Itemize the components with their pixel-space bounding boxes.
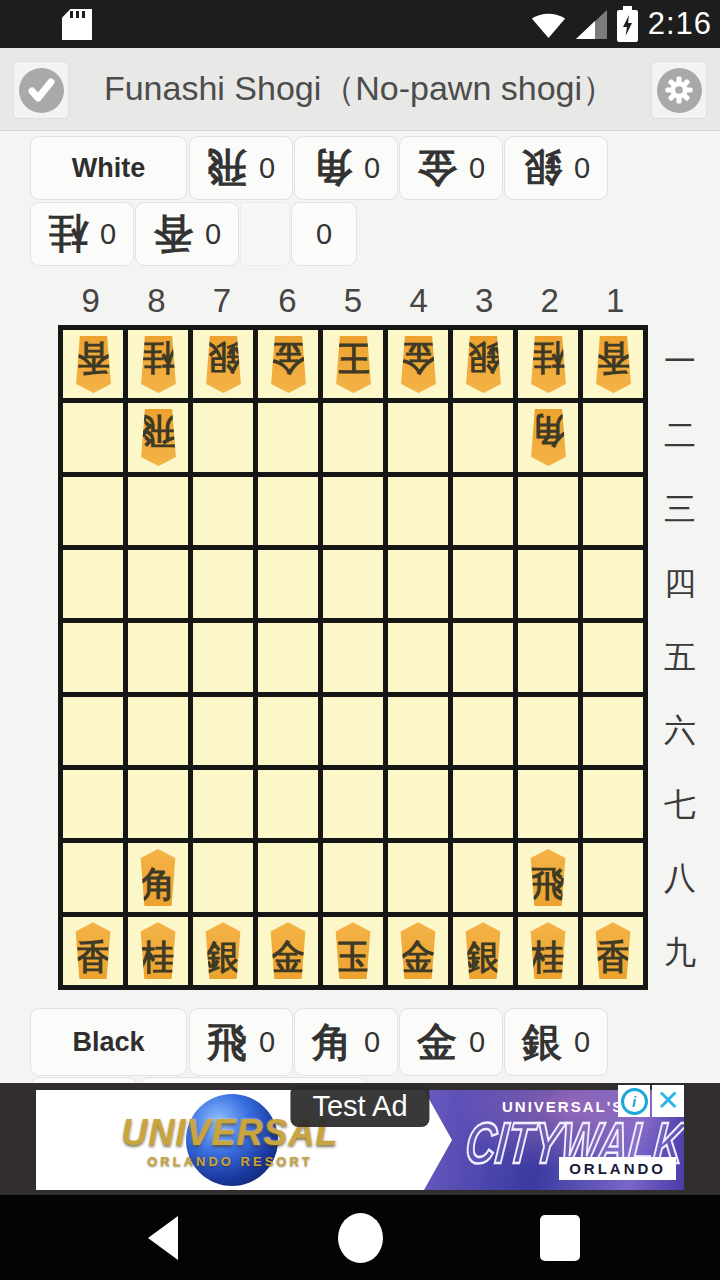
square-2-二[interactable]: 角 xyxy=(518,403,578,471)
square-8-九[interactable]: 桂 xyxy=(128,917,188,985)
square-5-六[interactable] xyxy=(323,697,383,765)
shogi-board: 香桂銀金王金銀桂香飛角角飛香桂銀金玉金銀桂香 xyxy=(58,325,648,990)
square-1-七[interactable] xyxy=(583,770,643,838)
square-8-一[interactable]: 桂 xyxy=(128,330,188,398)
file-label-8: 8 xyxy=(124,282,190,322)
square-5-八[interactable] xyxy=(323,843,383,911)
square-2-四[interactable] xyxy=(518,550,578,618)
piece-glyph: 金 xyxy=(401,336,436,376)
piece-glyph: 金 xyxy=(401,939,436,979)
signal-icon xyxy=(576,10,607,39)
square-4-三[interactable] xyxy=(388,477,448,545)
square-8-七[interactable] xyxy=(128,770,188,838)
silver-glyph: 銀 xyxy=(522,1022,562,1062)
black-piece-玉[interactable]: 玉 xyxy=(330,922,377,979)
piece-glyph: 金 xyxy=(271,336,306,376)
square-6-四[interactable] xyxy=(258,550,318,618)
gold-count: 0 xyxy=(469,1026,485,1059)
gear-icon xyxy=(657,68,702,113)
bishop-count: 0 xyxy=(364,1026,380,1059)
rank-label-八: 八 xyxy=(650,842,710,916)
white-tray-bishop-cell[interactable]: 角 0 xyxy=(294,136,398,200)
app-screen: 2:16 Funashi Shogi（No-pawn shogi） xyxy=(0,0,720,1280)
square-4-二[interactable] xyxy=(388,403,448,471)
white-tray-lance-cell[interactable]: 香 0 xyxy=(135,202,239,266)
file-label-7: 7 xyxy=(189,282,255,322)
black-piece-銀[interactable]: 銀 xyxy=(200,922,247,979)
white-tray-label-cell: White xyxy=(30,136,187,200)
black-piece-金[interactable]: 金 xyxy=(265,922,312,979)
square-6-九[interactable]: 金 xyxy=(258,917,318,985)
rank-label-五: 五 xyxy=(650,621,710,695)
piece-glyph: 桂 xyxy=(531,939,566,979)
square-3-三[interactable] xyxy=(453,477,513,545)
piece-glyph: 桂 xyxy=(141,336,176,376)
info-icon: i xyxy=(621,1088,648,1115)
square-2-六[interactable] xyxy=(518,697,578,765)
white-tray-silver-cell[interactable]: 銀 0 xyxy=(504,136,608,200)
white-piece-金[interactable]: 金 xyxy=(265,336,312,393)
square-3-一[interactable]: 銀 xyxy=(453,330,513,398)
piece-glyph: 香 xyxy=(596,336,631,376)
silver-glyph: 銀 xyxy=(522,148,562,188)
recents-button[interactable] xyxy=(540,1215,580,1261)
wifi-icon xyxy=(530,9,567,39)
square-3-七[interactable] xyxy=(453,770,513,838)
square-4-四[interactable] xyxy=(388,550,448,618)
square-4-六[interactable] xyxy=(388,697,448,765)
square-7-一[interactable]: 銀 xyxy=(193,330,253,398)
white-tray-rook-cell[interactable]: 飛 0 xyxy=(189,136,293,200)
square-5-九[interactable]: 玉 xyxy=(323,917,383,985)
square-9-七[interactable] xyxy=(63,770,123,838)
black-piece-金[interactable]: 金 xyxy=(395,922,442,979)
white-piece-香[interactable]: 香 xyxy=(70,336,117,393)
square-1-四[interactable] xyxy=(583,550,643,618)
square-2-一[interactable]: 桂 xyxy=(518,330,578,398)
file-label-1: 1 xyxy=(583,282,649,322)
rook-count: 0 xyxy=(259,1026,275,1059)
ad-close-button[interactable]: ✕ xyxy=(652,1085,684,1117)
piece-glyph: 角 xyxy=(141,866,176,906)
square-5-一[interactable]: 王 xyxy=(323,330,383,398)
piece-glyph: 玉 xyxy=(336,939,371,979)
silver-count: 0 xyxy=(574,1026,590,1059)
white-piece-桂[interactable]: 桂 xyxy=(525,336,572,393)
knight-count: 0 xyxy=(100,218,116,251)
square-9-三[interactable] xyxy=(63,477,123,545)
black-tray-label-cell: Black xyxy=(30,1008,187,1076)
white-piece-金[interactable]: 金 xyxy=(395,336,442,393)
square-5-二[interactable] xyxy=(323,403,383,471)
file-label-4: 4 xyxy=(386,282,452,322)
square-7-四[interactable] xyxy=(193,550,253,618)
black-tray-rook-cell[interactable]: 飛 0 xyxy=(189,1008,293,1076)
piece-glyph: 銀 xyxy=(466,336,501,376)
square-7-八[interactable] xyxy=(193,843,253,911)
file-labels: 987654321 xyxy=(58,282,648,322)
square-9-五[interactable] xyxy=(63,623,123,691)
square-8-三[interactable] xyxy=(128,477,188,545)
white-piece-銀[interactable]: 銀 xyxy=(460,336,507,393)
square-8-二[interactable]: 飛 xyxy=(128,403,188,471)
rank-label-一: 一 xyxy=(650,325,710,399)
square-5-七[interactable] xyxy=(323,770,383,838)
piece-glyph: 銀 xyxy=(466,939,501,979)
white-label: White xyxy=(72,153,146,184)
white-tray-gold-cell[interactable]: 金 0 xyxy=(399,136,503,200)
square-1-九[interactable]: 香 xyxy=(583,917,643,985)
black-piece-飛[interactable]: 飛 xyxy=(525,849,572,906)
piece-glyph: 飛 xyxy=(141,409,176,449)
square-6-三[interactable] xyxy=(258,477,318,545)
white-piece-王[interactable]: 王 xyxy=(330,336,377,393)
square-2-三[interactable] xyxy=(518,477,578,545)
white-tray-knight-cell[interactable]: 桂 0 xyxy=(30,202,134,266)
rank-labels: 一二三四五六七八九 xyxy=(650,325,710,990)
piece-glyph: 角 xyxy=(531,409,566,449)
square-5-四[interactable] xyxy=(323,550,383,618)
square-7-七[interactable] xyxy=(193,770,253,838)
square-7-六[interactable] xyxy=(193,697,253,765)
file-label-2: 2 xyxy=(517,282,583,322)
rook-glyph: 飛 xyxy=(207,1022,247,1062)
square-7-二[interactable] xyxy=(193,403,253,471)
rook-glyph: 飛 xyxy=(207,148,247,188)
file-label-3: 3 xyxy=(451,282,517,322)
square-8-五[interactable] xyxy=(128,623,188,691)
square-6-五[interactable] xyxy=(258,623,318,691)
rank-label-三: 三 xyxy=(650,473,710,547)
black-label: Black xyxy=(72,1027,144,1058)
bishop-count: 0 xyxy=(364,152,380,185)
square-2-八[interactable]: 飛 xyxy=(518,843,578,911)
piece-glyph: 銀 xyxy=(206,336,241,376)
header: Funashi Shogi（No-pawn shogi） xyxy=(0,48,720,131)
page-title: Funashi Shogi（No-pawn shogi） xyxy=(0,48,720,130)
rank-label-二: 二 xyxy=(650,399,710,473)
black-piece-香[interactable]: 香 xyxy=(590,922,637,979)
black-tray-bishop-cell[interactable]: 角 0 xyxy=(294,1008,398,1076)
square-1-一[interactable]: 香 xyxy=(583,330,643,398)
square-3-八[interactable] xyxy=(453,843,513,911)
square-8-八[interactable]: 角 xyxy=(128,843,188,911)
square-9-一[interactable]: 香 xyxy=(63,330,123,398)
square-9-四[interactable] xyxy=(63,550,123,618)
square-5-五[interactable] xyxy=(323,623,383,691)
ad-info-button[interactable]: i xyxy=(618,1085,650,1117)
square-4-七[interactable] xyxy=(388,770,448,838)
black-piece-桂[interactable]: 桂 xyxy=(135,922,182,979)
close-icon: ✕ xyxy=(656,1087,679,1115)
square-3-九[interactable]: 銀 xyxy=(453,917,513,985)
square-1-六[interactable] xyxy=(583,697,643,765)
rook-count: 0 xyxy=(259,152,275,185)
ad-banner[interactable]: UNIVERSAL ORLANDO RESORT UNIVERSAL'S CIT… xyxy=(0,1083,720,1195)
square-6-七[interactable] xyxy=(258,770,318,838)
ad-brand-box: ORLANDO xyxy=(559,1157,676,1180)
square-6-八[interactable] xyxy=(258,843,318,911)
piece-glyph: 飛 xyxy=(531,866,566,906)
square-5-三[interactable] xyxy=(323,477,383,545)
black-tray-gold-cell[interactable]: 金 0 xyxy=(399,1008,503,1076)
piece-glyph: 香 xyxy=(76,336,111,376)
square-3-四[interactable] xyxy=(453,550,513,618)
square-9-二[interactable] xyxy=(63,403,123,471)
square-7-五[interactable] xyxy=(193,623,253,691)
test-ad-badge: Test Ad xyxy=(290,1085,429,1127)
square-6-六[interactable] xyxy=(258,697,318,765)
black-piece-桂[interactable]: 桂 xyxy=(525,922,572,979)
square-1-二[interactable] xyxy=(583,403,643,471)
black-piece-角[interactable]: 角 xyxy=(135,849,182,906)
lance-glyph: 香 xyxy=(153,214,193,254)
piece-glyph: 桂 xyxy=(531,336,566,376)
android-nav-bar xyxy=(0,1195,720,1280)
gold-count: 0 xyxy=(469,152,485,185)
square-6-二[interactable] xyxy=(258,403,318,471)
rank-label-九: 九 xyxy=(650,916,710,990)
square-2-九[interactable]: 桂 xyxy=(518,917,578,985)
square-9-九[interactable]: 香 xyxy=(63,917,123,985)
white-piece-桂[interactable]: 桂 xyxy=(135,336,182,393)
square-7-九[interactable]: 銀 xyxy=(193,917,253,985)
black-tray-silver-cell[interactable]: 銀 0 xyxy=(504,1008,608,1076)
square-4-九[interactable]: 金 xyxy=(388,917,448,985)
square-2-七[interactable] xyxy=(518,770,578,838)
piece-glyph: 金 xyxy=(271,939,306,979)
rank-label-六: 六 xyxy=(650,694,710,768)
knight-glyph: 桂 xyxy=(48,214,88,254)
square-4-八[interactable] xyxy=(388,843,448,911)
square-9-六[interactable] xyxy=(63,697,123,765)
gold-glyph: 金 xyxy=(417,148,457,188)
gold-glyph: 金 xyxy=(417,1022,457,1062)
file-label-6: 6 xyxy=(255,282,321,322)
bishop-glyph: 角 xyxy=(312,1022,352,1062)
sd-card-icon xyxy=(62,9,92,40)
rank-label-四: 四 xyxy=(650,547,710,621)
square-3-六[interactable] xyxy=(453,697,513,765)
back-button[interactable] xyxy=(148,1216,178,1260)
white-piece-飛[interactable]: 飛 xyxy=(135,409,182,466)
black-piece-銀[interactable]: 銀 xyxy=(460,922,507,979)
silver-count: 0 xyxy=(574,152,590,185)
bishop-glyph: 角 xyxy=(312,148,352,188)
square-8-六[interactable] xyxy=(128,697,188,765)
confirm-move-button[interactable] xyxy=(13,61,69,119)
square-6-一[interactable]: 金 xyxy=(258,330,318,398)
square-4-一[interactable]: 金 xyxy=(388,330,448,398)
square-7-三[interactable] xyxy=(193,477,253,545)
file-label-5: 5 xyxy=(320,282,386,322)
black-piece-香[interactable]: 香 xyxy=(70,922,117,979)
piece-glyph: 香 xyxy=(76,939,111,979)
piece-glyph: 香 xyxy=(596,939,631,979)
white-tray-pawn-cell[interactable]: 0 xyxy=(291,202,357,266)
tray-spacer xyxy=(240,202,290,266)
square-8-四[interactable] xyxy=(128,550,188,618)
square-1-三[interactable] xyxy=(583,477,643,545)
piece-glyph: 王 xyxy=(336,336,371,376)
white-piece-香[interactable]: 香 xyxy=(590,336,637,393)
home-button[interactable] xyxy=(338,1213,383,1263)
white-piece-銀[interactable]: 銀 xyxy=(200,336,247,393)
square-4-五[interactable] xyxy=(388,623,448,691)
battery-charging-icon xyxy=(616,6,639,42)
square-9-八[interactable] xyxy=(63,843,123,911)
lance-count: 0 xyxy=(205,218,221,251)
piece-glyph: 銀 xyxy=(206,939,241,979)
white-piece-角[interactable]: 角 xyxy=(525,409,572,466)
settings-button[interactable] xyxy=(651,61,707,119)
square-1-八[interactable] xyxy=(583,843,643,911)
check-icon xyxy=(19,68,64,113)
square-2-五[interactable] xyxy=(518,623,578,691)
square-3-五[interactable] xyxy=(453,623,513,691)
status-bar: 2:16 xyxy=(0,0,720,48)
ad-logo-subtext: ORLANDO RESORT xyxy=(147,1154,313,1169)
file-label-9: 9 xyxy=(58,282,124,322)
pawn-count: 0 xyxy=(316,218,332,251)
rank-label-七: 七 xyxy=(650,768,710,842)
piece-glyph: 桂 xyxy=(141,939,176,979)
square-3-二[interactable] xyxy=(453,403,513,471)
square-1-五[interactable] xyxy=(583,623,643,691)
clock: 2:16 xyxy=(648,6,712,42)
